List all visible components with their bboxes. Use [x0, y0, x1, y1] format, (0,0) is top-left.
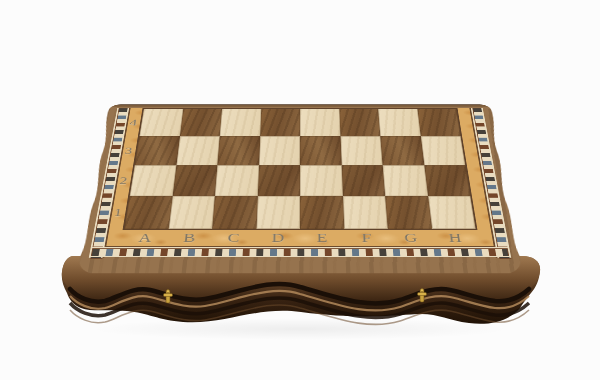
square-h2 — [424, 165, 470, 196]
file-label-g: G — [388, 230, 434, 246]
square-g2 — [383, 165, 428, 196]
file-label-f: F — [344, 230, 389, 246]
square-b4 — [180, 109, 222, 136]
square-c2 — [215, 165, 259, 196]
square-h4 — [417, 109, 460, 136]
square-h1 — [428, 196, 476, 229]
square-a4 — [139, 109, 182, 136]
square-e3 — [300, 136, 341, 165]
square-f2 — [341, 165, 385, 196]
square-a1 — [124, 196, 172, 229]
square-g1 — [385, 196, 432, 229]
file-label-a: A — [122, 230, 169, 246]
pinstripe — [89, 256, 511, 257]
file-label-e: E — [300, 230, 345, 246]
file-label-c: C — [211, 230, 256, 246]
file-labels: ABCDEFGH — [122, 230, 479, 246]
square-d2 — [257, 165, 300, 196]
product-photo: ABCDEFGH 4321 — [0, 0, 600, 380]
square-e1 — [300, 196, 344, 229]
square-b1 — [168, 196, 215, 229]
square-a3 — [135, 136, 180, 165]
square-d3 — [259, 136, 300, 165]
square-e4 — [300, 109, 340, 136]
square-h3 — [420, 136, 465, 165]
square-e2 — [300, 165, 343, 196]
square-d4 — [260, 109, 300, 136]
square-b2 — [172, 165, 217, 196]
square-g4 — [378, 109, 420, 136]
square-c4 — [220, 109, 261, 136]
square-f3 — [340, 136, 383, 165]
square-c1 — [212, 196, 257, 229]
file-label-h: H — [432, 230, 479, 246]
file-label-b: B — [166, 230, 212, 246]
square-a2 — [130, 165, 176, 196]
square-g3 — [380, 136, 424, 165]
case-lid-top: ABCDEFGH 4321 — [74, 104, 527, 273]
square-d1 — [256, 196, 300, 229]
square-c3 — [217, 136, 260, 165]
board-grid — [123, 108, 478, 230]
square-f4 — [339, 109, 380, 136]
square-b3 — [176, 136, 220, 165]
square-f1 — [343, 196, 388, 229]
file-label-d: D — [255, 230, 300, 246]
